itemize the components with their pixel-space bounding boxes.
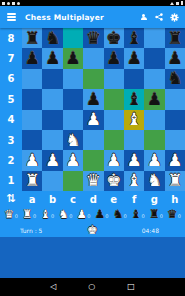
captured-white-pawn: ♟0 bbox=[76, 209, 90, 221]
black-rook: ♜ bbox=[25, 29, 40, 46]
square-g7[interactable] bbox=[144, 48, 164, 68]
square-c5[interactable] bbox=[63, 89, 83, 109]
square-b8[interactable]: ♞ bbox=[42, 28, 62, 48]
signal-icon bbox=[176, 2, 179, 5]
square-h2[interactable]: ♟ bbox=[165, 150, 185, 170]
square-e5[interactable] bbox=[104, 89, 124, 109]
rank-label-2: 2 bbox=[0, 150, 22, 170]
square-e4[interactable] bbox=[104, 110, 124, 130]
white-pawn: ♟ bbox=[45, 151, 60, 168]
captured-white-pawn-icon: ♟ bbox=[76, 209, 86, 221]
square-a2[interactable]: ♟ bbox=[22, 150, 42, 170]
recents-icon[interactable]: □ bbox=[127, 283, 135, 291]
square-a4[interactable] bbox=[22, 110, 42, 130]
square-e1[interactable]: ♚ bbox=[104, 171, 124, 191]
square-g5[interactable]: ♟ bbox=[144, 89, 164, 109]
square-d8[interactable]: ♛ bbox=[83, 28, 103, 48]
file-label-e: e bbox=[104, 194, 124, 205]
square-c2[interactable]: ♟ bbox=[63, 150, 83, 170]
square-g8[interactable] bbox=[144, 28, 164, 48]
square-a3[interactable] bbox=[22, 130, 42, 150]
square-b3[interactable] bbox=[42, 130, 62, 150]
captured-white-queen-icon: ♛ bbox=[4, 209, 14, 221]
black-queen: ♛ bbox=[86, 29, 101, 46]
game-status-row: Turn : 5 ♚ 04:48 bbox=[0, 222, 185, 237]
square-h1[interactable]: ♜ bbox=[165, 171, 185, 191]
square-h7[interactable]: ♟ bbox=[165, 48, 185, 68]
chess-board: ♜♞♛♚♝♜♟♟♟♟♟♟♞♟♝♟♟♝♞♟♟♟♟♟♟♟♜♛♚♝♞♜ bbox=[22, 28, 185, 191]
square-a8[interactable]: ♜ bbox=[22, 28, 42, 48]
share-icon[interactable] bbox=[155, 13, 163, 21]
rank-label-1: 1 bbox=[0, 171, 22, 191]
invite-player-icon[interactable] bbox=[140, 13, 148, 21]
white-pawn: ♟ bbox=[147, 151, 162, 168]
square-a1[interactable]: ♜ bbox=[22, 171, 42, 191]
square-g3[interactable] bbox=[144, 130, 164, 150]
rank-label-8: 8 bbox=[0, 28, 22, 48]
square-a5[interactable] bbox=[22, 89, 42, 109]
square-b7[interactable]: ♟ bbox=[42, 48, 62, 68]
square-d3[interactable] bbox=[83, 130, 103, 150]
captured-count: 0 bbox=[51, 214, 54, 219]
white-rook: ♜ bbox=[25, 172, 40, 189]
home-icon[interactable]: ○ bbox=[88, 283, 95, 291]
square-e2[interactable]: ♟ bbox=[104, 150, 124, 170]
white-rook: ♜ bbox=[167, 172, 182, 189]
app-title: Chess Multiplayer bbox=[25, 13, 104, 22]
menu-icon[interactable] bbox=[7, 13, 16, 20]
square-c3[interactable]: ♞ bbox=[63, 130, 83, 150]
notification-icon bbox=[7, 2, 10, 5]
square-f3[interactable] bbox=[124, 130, 144, 150]
notification-icons bbox=[2, 2, 20, 5]
square-d6[interactable] bbox=[83, 69, 103, 89]
black-pawn: ♟ bbox=[45, 50, 60, 67]
black-knight: ♞ bbox=[167, 70, 182, 87]
flip-board-icon[interactable]: ⇅ bbox=[0, 191, 22, 207]
square-b6[interactable] bbox=[42, 69, 62, 89]
square-f5[interactable]: ♝ bbox=[124, 89, 144, 109]
footer-area bbox=[0, 237, 185, 278]
settings-icon[interactable] bbox=[170, 13, 179, 22]
captured-count: 0 bbox=[33, 214, 36, 219]
captured-black-pawn: ♟0 bbox=[95, 209, 109, 221]
square-f4[interactable]: ♝ bbox=[124, 110, 144, 130]
file-labels-row: ⇅ abcdefgh bbox=[0, 191, 185, 207]
captured-count: 0 bbox=[15, 214, 18, 219]
captured-white-bishop: ♝0 bbox=[40, 209, 54, 221]
square-g2[interactable]: ♟ bbox=[144, 150, 164, 170]
captured-count: 0 bbox=[142, 214, 145, 219]
square-e7[interactable]: ♟ bbox=[104, 48, 124, 68]
square-f6[interactable] bbox=[124, 69, 144, 89]
white-bishop: ♝ bbox=[126, 111, 141, 128]
white-king: ♚ bbox=[106, 172, 121, 189]
file-label-h: h bbox=[165, 194, 185, 205]
file-label-c: c bbox=[63, 194, 83, 205]
black-knight: ♞ bbox=[45, 29, 60, 46]
captured-black-rook: ♜0 bbox=[149, 209, 163, 221]
white-pawn: ♟ bbox=[106, 151, 121, 168]
captured-pieces-tray: ♛0♜0♝0♞0♟0♟0♞0♝0♜0♛0 bbox=[0, 207, 185, 222]
captured-white-knight-icon: ♞ bbox=[58, 209, 68, 221]
rank-label-3: 3 bbox=[0, 130, 22, 150]
white-queen: ♛ bbox=[86, 172, 101, 189]
square-a7[interactable]: ♟ bbox=[22, 48, 42, 68]
notification-icon bbox=[17, 2, 20, 5]
captured-black-pawn-icon: ♟ bbox=[95, 209, 105, 221]
captured-black-bishop-icon: ♝ bbox=[131, 209, 141, 221]
square-c4[interactable] bbox=[63, 110, 83, 130]
turn-counter: Turn : 5 bbox=[20, 226, 42, 233]
white-pawn: ♟ bbox=[65, 151, 80, 168]
square-h4[interactable] bbox=[165, 110, 185, 130]
square-c1[interactable] bbox=[63, 171, 83, 191]
white-knight: ♞ bbox=[65, 131, 80, 148]
square-b1[interactable] bbox=[42, 171, 62, 191]
captured-black-rook-icon: ♜ bbox=[149, 209, 159, 221]
white-pawn: ♟ bbox=[126, 151, 141, 168]
captured-black-knight: ♞0 bbox=[113, 209, 127, 221]
captured-count: 0 bbox=[69, 214, 72, 219]
notification-icon bbox=[2, 2, 5, 5]
black-pawn: ♟ bbox=[106, 50, 121, 67]
square-b2[interactable]: ♟ bbox=[42, 150, 62, 170]
black-pawn: ♟ bbox=[126, 50, 141, 67]
square-g6[interactable] bbox=[144, 69, 164, 89]
file-label-b: b bbox=[42, 194, 62, 205]
square-e6[interactable] bbox=[104, 69, 124, 89]
black-pawn: ♟ bbox=[86, 90, 101, 107]
square-h8[interactable]: ♜ bbox=[165, 28, 185, 48]
square-g1[interactable]: ♞ bbox=[144, 171, 164, 191]
white-knight: ♞ bbox=[147, 172, 162, 189]
back-icon[interactable]: ◁ bbox=[50, 283, 56, 291]
white-pawn: ♟ bbox=[25, 151, 40, 168]
captured-count: 0 bbox=[123, 214, 126, 219]
captured-count: 0 bbox=[160, 214, 163, 219]
square-c8[interactable] bbox=[63, 28, 83, 48]
black-bishop: ♝ bbox=[126, 90, 141, 107]
black-bishop: ♝ bbox=[126, 29, 141, 46]
captured-black-knight-icon: ♞ bbox=[113, 209, 123, 221]
square-g4[interactable] bbox=[144, 110, 164, 130]
rank-label-7: 7 bbox=[0, 48, 22, 68]
square-c7[interactable]: ♟ bbox=[63, 48, 83, 68]
square-e8[interactable]: ♚ bbox=[104, 28, 124, 48]
black-pawn: ♟ bbox=[147, 90, 162, 107]
white-king-turn-icon: ♚ bbox=[87, 223, 98, 235]
white-pawn: ♟ bbox=[167, 151, 182, 168]
chess-multiplayer-app: { "game": "chess", "position": { "fen": … bbox=[0, 0, 185, 296]
square-h3[interactable] bbox=[165, 130, 185, 150]
captured-black-bishop: ♝0 bbox=[131, 209, 145, 221]
board-zone: 87654321 ♜♞♛♚♝♜♟♟♟♟♟♟♞♟♝♟♟♝♞♟♟♟♟♟♟♟♜♛♚♝♞… bbox=[0, 28, 185, 191]
game-timer: 04:48 bbox=[142, 226, 159, 233]
captured-count: 0 bbox=[178, 214, 181, 219]
square-b5[interactable] bbox=[42, 89, 62, 109]
square-d4[interactable]: ♟ bbox=[83, 110, 103, 130]
rank-labels: 87654321 bbox=[0, 28, 22, 191]
square-d2[interactable] bbox=[83, 150, 103, 170]
square-d5[interactable]: ♟ bbox=[83, 89, 103, 109]
square-c6[interactable] bbox=[63, 69, 83, 89]
square-f7[interactable]: ♟ bbox=[124, 48, 144, 68]
file-label-g: g bbox=[144, 194, 164, 205]
square-d1[interactable]: ♛ bbox=[83, 171, 103, 191]
battery-icon bbox=[181, 1, 184, 5]
wifi-icon bbox=[170, 2, 174, 5]
file-label-d: d bbox=[83, 194, 103, 205]
rank-label-6: 6 bbox=[0, 69, 22, 89]
square-a6[interactable] bbox=[22, 69, 42, 89]
file-label-a: a bbox=[22, 194, 42, 205]
captured-count: 0 bbox=[105, 214, 108, 219]
square-h6[interactable]: ♞ bbox=[165, 69, 185, 89]
captured-white-bishop-icon: ♝ bbox=[40, 209, 50, 221]
app-bar: Chess Multiplayer bbox=[0, 6, 185, 28]
captured-white-queen: ♛0 bbox=[4, 209, 18, 221]
rank-label-5: 5 bbox=[0, 89, 22, 109]
rank-label-4: 4 bbox=[0, 110, 22, 130]
square-f1[interactable]: ♝ bbox=[124, 171, 144, 191]
notification-icon bbox=[12, 2, 15, 5]
system-status-icons bbox=[170, 1, 184, 5]
black-pawn: ♟ bbox=[25, 50, 40, 67]
captured-black-queen: ♛0 bbox=[167, 209, 181, 221]
black-king: ♚ bbox=[106, 29, 121, 46]
file-labels: abcdefgh bbox=[22, 194, 185, 205]
white-bishop: ♝ bbox=[126, 172, 141, 189]
square-d7[interactable] bbox=[83, 48, 103, 68]
white-pawn: ♟ bbox=[86, 111, 101, 128]
square-b4[interactable] bbox=[42, 110, 62, 130]
captured-white-knight: ♞0 bbox=[58, 209, 72, 221]
square-e3[interactable] bbox=[104, 130, 124, 150]
square-f8[interactable]: ♝ bbox=[124, 28, 144, 48]
square-h5[interactable] bbox=[165, 89, 185, 109]
square-f2[interactable]: ♟ bbox=[124, 150, 144, 170]
file-label-f: f bbox=[124, 194, 144, 205]
black-pawn: ♟ bbox=[167, 50, 182, 67]
captured-white-rook-icon: ♜ bbox=[22, 209, 32, 221]
android-nav-bar: ◁ ○ □ bbox=[0, 278, 185, 296]
black-pawn: ♟ bbox=[65, 50, 80, 67]
captured-black-queen-icon: ♛ bbox=[167, 209, 177, 221]
captured-white-rook: ♜0 bbox=[22, 209, 36, 221]
captured-count: 0 bbox=[87, 214, 90, 219]
black-rook: ♜ bbox=[167, 29, 182, 46]
